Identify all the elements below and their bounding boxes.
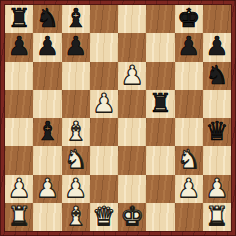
- square-f6[interactable]: [146, 62, 174, 90]
- square-b7[interactable]: ♟: [33, 33, 61, 61]
- square-f5[interactable]: ♜: [146, 90, 174, 118]
- square-d2[interactable]: [90, 175, 118, 203]
- chess-app: ♜♞♝♚♟♟♟♟♟♟♞♟♜♝♝♛♞♞♟♟♟♟♟♜♝♛♚♜: [0, 0, 236, 236]
- square-g7[interactable]: ♟: [175, 33, 203, 61]
- square-e7[interactable]: [118, 33, 146, 61]
- square-d7[interactable]: [90, 33, 118, 61]
- white-rook-icon[interactable]: ♜: [7, 203, 30, 229]
- square-c5[interactable]: [62, 90, 90, 118]
- square-f8[interactable]: [146, 5, 174, 33]
- black-pawn-icon[interactable]: ♟: [64, 33, 87, 59]
- square-h3[interactable]: [203, 146, 231, 174]
- square-h4[interactable]: ♛: [203, 118, 231, 146]
- square-d5[interactable]: ♟: [90, 90, 118, 118]
- square-c1[interactable]: ♝: [62, 203, 90, 231]
- square-c2[interactable]: ♟: [62, 175, 90, 203]
- white-knight-icon[interactable]: ♞: [64, 146, 87, 172]
- black-bishop-icon[interactable]: ♝: [64, 5, 87, 31]
- square-g2[interactable]: ♟: [175, 175, 203, 203]
- square-g3[interactable]: ♞: [175, 146, 203, 174]
- square-d4[interactable]: [90, 118, 118, 146]
- square-d1[interactable]: ♛: [90, 203, 118, 231]
- white-king-icon[interactable]: ♚: [120, 203, 143, 229]
- square-b6[interactable]: [33, 62, 61, 90]
- square-a8[interactable]: ♜: [5, 5, 33, 33]
- square-f7[interactable]: [146, 33, 174, 61]
- black-pawn-icon[interactable]: ♟: [205, 33, 228, 59]
- white-knight-icon[interactable]: ♞: [177, 146, 200, 172]
- white-pawn-icon[interactable]: ♟: [7, 175, 30, 201]
- square-g5[interactable]: [175, 90, 203, 118]
- square-c3[interactable]: ♞: [62, 146, 90, 174]
- square-h8[interactable]: [203, 5, 231, 33]
- square-b8[interactable]: ♞: [33, 5, 61, 33]
- square-f3[interactable]: [146, 146, 174, 174]
- black-bishop-icon[interactable]: ♝: [36, 118, 59, 144]
- square-e8[interactable]: [118, 5, 146, 33]
- square-a1[interactable]: ♜: [5, 203, 33, 231]
- square-b5[interactable]: [33, 90, 61, 118]
- square-a6[interactable]: [5, 62, 33, 90]
- square-d3[interactable]: [90, 146, 118, 174]
- black-knight-icon[interactable]: ♞: [36, 5, 59, 31]
- square-c4[interactable]: ♝: [62, 118, 90, 146]
- square-f1[interactable]: [146, 203, 174, 231]
- white-bishop-icon[interactable]: ♝: [64, 203, 87, 229]
- white-pawn-icon[interactable]: ♟: [177, 175, 200, 201]
- square-c7[interactable]: ♟: [62, 33, 90, 61]
- square-f4[interactable]: [146, 118, 174, 146]
- square-a7[interactable]: ♟: [5, 33, 33, 61]
- square-e2[interactable]: [118, 175, 146, 203]
- square-h1[interactable]: ♜: [203, 203, 231, 231]
- square-a4[interactable]: [5, 118, 33, 146]
- white-rook-icon[interactable]: ♜: [205, 203, 228, 229]
- black-king-icon[interactable]: ♚: [177, 5, 200, 31]
- white-pawn-icon[interactable]: ♟: [64, 175, 87, 201]
- black-pawn-icon[interactable]: ♟: [177, 33, 200, 59]
- white-pawn-icon[interactable]: ♟: [120, 62, 143, 88]
- square-h7[interactable]: ♟: [203, 33, 231, 61]
- square-c8[interactable]: ♝: [62, 5, 90, 33]
- white-pawn-icon[interactable]: ♟: [36, 175, 59, 201]
- square-a3[interactable]: [5, 146, 33, 174]
- white-pawn-icon[interactable]: ♟: [205, 175, 228, 201]
- square-e6[interactable]: ♟: [118, 62, 146, 90]
- square-c6[interactable]: [62, 62, 90, 90]
- black-pawn-icon[interactable]: ♟: [36, 33, 59, 59]
- black-rook-icon[interactable]: ♜: [7, 5, 30, 31]
- white-bishop-icon[interactable]: ♝: [64, 118, 87, 144]
- square-a5[interactable]: [5, 90, 33, 118]
- square-e1[interactable]: ♚: [118, 203, 146, 231]
- square-g1[interactable]: [175, 203, 203, 231]
- white-queen-icon[interactable]: ♛: [92, 203, 115, 229]
- square-e5[interactable]: [118, 90, 146, 118]
- square-h2[interactable]: ♟: [203, 175, 231, 203]
- white-pawn-icon[interactable]: ♟: [92, 90, 115, 116]
- black-knight-icon[interactable]: ♞: [205, 62, 228, 88]
- black-rook-icon[interactable]: ♜: [149, 90, 172, 116]
- square-b4[interactable]: ♝: [33, 118, 61, 146]
- square-h6[interactable]: ♞: [203, 62, 231, 90]
- chess-board: ♜♞♝♚♟♟♟♟♟♟♞♟♜♝♝♛♞♞♟♟♟♟♟♜♝♛♚♜: [5, 5, 231, 231]
- square-g4[interactable]: [175, 118, 203, 146]
- square-g8[interactable]: ♚: [175, 5, 203, 33]
- square-g6[interactable]: [175, 62, 203, 90]
- square-b2[interactable]: ♟: [33, 175, 61, 203]
- square-b3[interactable]: [33, 146, 61, 174]
- black-pawn-icon[interactable]: ♟: [7, 33, 30, 59]
- square-b1[interactable]: [33, 203, 61, 231]
- square-d8[interactable]: [90, 5, 118, 33]
- square-d6[interactable]: [90, 62, 118, 90]
- square-e4[interactable]: [118, 118, 146, 146]
- square-h5[interactable]: [203, 90, 231, 118]
- square-f2[interactable]: [146, 175, 174, 203]
- square-e3[interactable]: [118, 146, 146, 174]
- black-queen-icon[interactable]: ♛: [205, 118, 228, 144]
- square-a2[interactable]: ♟: [5, 175, 33, 203]
